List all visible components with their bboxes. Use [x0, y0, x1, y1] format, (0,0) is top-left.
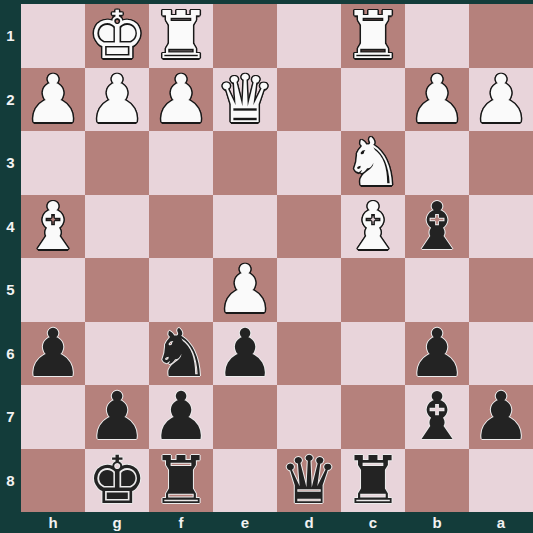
black-pawn-h6[interactable]: ♟: [23, 322, 82, 386]
square-f6[interactable]: ♞: [149, 322, 213, 386]
square-f1[interactable]: ♜: [149, 4, 213, 68]
black-knight-f6[interactable]: ♞: [151, 322, 210, 386]
file-label-d: d: [277, 512, 341, 533]
square-f2[interactable]: ♟: [149, 68, 213, 132]
square-h3[interactable]: [21, 131, 85, 195]
square-c3[interactable]: ♞: [341, 131, 405, 195]
square-a5[interactable]: [469, 258, 533, 322]
square-c8[interactable]: ♜: [341, 449, 405, 513]
square-b8[interactable]: [405, 449, 469, 513]
square-f8[interactable]: ♜: [149, 449, 213, 513]
square-a3[interactable]: [469, 131, 533, 195]
file-label-a: a: [469, 512, 533, 533]
square-g4[interactable]: [85, 195, 149, 259]
square-g2[interactable]: ♟: [85, 68, 149, 132]
black-bishop-b7[interactable]: ♝: [407, 385, 466, 449]
white-pawn-b2[interactable]: ♟: [407, 68, 466, 132]
square-a4[interactable]: [469, 195, 533, 259]
square-c1[interactable]: ♜: [341, 4, 405, 68]
square-h6[interactable]: ♟: [21, 322, 85, 386]
black-king-g8[interactable]: ♚: [87, 449, 146, 513]
square-h8[interactable]: [21, 449, 85, 513]
square-f3[interactable]: [149, 131, 213, 195]
file-labels: hgfedcba: [21, 512, 533, 533]
rank-label-5: 5: [0, 258, 21, 322]
square-c6[interactable]: [341, 322, 405, 386]
square-e2[interactable]: ♛: [213, 68, 277, 132]
square-b3[interactable]: [405, 131, 469, 195]
square-h4[interactable]: ♝: [21, 195, 85, 259]
rank-label-8: 8: [0, 449, 21, 513]
square-d6[interactable]: [277, 322, 341, 386]
white-rook-f1[interactable]: ♜: [151, 4, 210, 68]
square-b5[interactable]: [405, 258, 469, 322]
rank-label-1: 1: [0, 4, 21, 68]
square-h7[interactable]: [21, 385, 85, 449]
rank-label-6: 6: [0, 322, 21, 386]
square-d7[interactable]: [277, 385, 341, 449]
rank-label-4: 4: [0, 195, 21, 259]
white-rook-c1[interactable]: ♜: [343, 4, 402, 68]
square-e8[interactable]: [213, 449, 277, 513]
square-g6[interactable]: [85, 322, 149, 386]
square-e1[interactable]: [213, 4, 277, 68]
square-e7[interactable]: [213, 385, 277, 449]
rank-labels: 12345678: [0, 4, 21, 512]
rank-label-7: 7: [0, 385, 21, 449]
square-g7[interactable]: ♟: [85, 385, 149, 449]
square-e5[interactable]: ♟: [213, 258, 277, 322]
black-pawn-f7[interactable]: ♟: [151, 385, 210, 449]
white-pawn-h2[interactable]: ♟: [23, 68, 82, 132]
square-c7[interactable]: [341, 385, 405, 449]
square-g3[interactable]: [85, 131, 149, 195]
white-queen-e2[interactable]: ♛: [215, 68, 274, 132]
rank-label-2: 2: [0, 68, 21, 132]
square-b6[interactable]: ♟: [405, 322, 469, 386]
square-g1[interactable]: ♚: [85, 4, 149, 68]
black-pawn-e6[interactable]: ♟: [215, 322, 274, 386]
black-pawn-a7[interactable]: ♟: [471, 385, 530, 449]
white-bishop-h4[interactable]: ♝: [23, 195, 82, 259]
square-d3[interactable]: [277, 131, 341, 195]
black-rook-c8[interactable]: ♜: [343, 449, 402, 513]
square-g8[interactable]: ♚: [85, 449, 149, 513]
square-b2[interactable]: ♟: [405, 68, 469, 132]
square-e4[interactable]: [213, 195, 277, 259]
square-d8[interactable]: ♛: [277, 449, 341, 513]
file-label-f: f: [149, 512, 213, 533]
square-h1[interactable]: [21, 4, 85, 68]
square-h5[interactable]: [21, 258, 85, 322]
white-king-g1[interactable]: ♚: [87, 4, 146, 68]
square-f5[interactable]: [149, 258, 213, 322]
square-d2[interactable]: [277, 68, 341, 132]
white-pawn-g2[interactable]: ♟: [87, 68, 146, 132]
file-label-g: g: [85, 512, 149, 533]
square-a1[interactable]: [469, 4, 533, 68]
square-f4[interactable]: [149, 195, 213, 259]
square-e6[interactable]: ♟: [213, 322, 277, 386]
square-g5[interactable]: [85, 258, 149, 322]
square-d5[interactable]: [277, 258, 341, 322]
black-pawn-b6[interactable]: ♟: [407, 322, 466, 386]
file-label-h: h: [21, 512, 85, 533]
black-rook-f8[interactable]: ♜: [151, 449, 210, 513]
white-bishop-c4[interactable]: ♝: [343, 195, 402, 259]
white-knight-c3[interactable]: ♞: [343, 131, 402, 195]
square-a6[interactable]: [469, 322, 533, 386]
square-f7[interactable]: ♟: [149, 385, 213, 449]
square-c4[interactable]: ♝: [341, 195, 405, 259]
square-d4[interactable]: [277, 195, 341, 259]
square-h2[interactable]: ♟: [21, 68, 85, 132]
black-bishop-b4[interactable]: ♝: [407, 195, 466, 259]
square-a2[interactable]: ♟: [469, 68, 533, 132]
square-a8[interactable]: [469, 449, 533, 513]
white-pawn-e5[interactable]: ♟: [215, 258, 274, 322]
square-b4[interactable]: ♝: [405, 195, 469, 259]
square-e3[interactable]: [213, 131, 277, 195]
square-b1[interactable]: [405, 4, 469, 68]
white-pawn-a2[interactable]: ♟: [471, 68, 530, 132]
black-queen-d8[interactable]: ♛: [279, 449, 338, 513]
white-pawn-f2[interactable]: ♟: [151, 68, 210, 132]
square-c5[interactable]: [341, 258, 405, 322]
file-label-c: c: [341, 512, 405, 533]
file-label-b: b: [405, 512, 469, 533]
square-d1[interactable]: [277, 4, 341, 68]
file-label-e: e: [213, 512, 277, 533]
rank-label-3: 3: [0, 131, 21, 195]
chess-board: ♚♜♜♟♟♟♛♟♟♞♝♝♝♟♟♞♟♟♟♟♝♟♚♜♛♜: [21, 4, 533, 512]
square-b7[interactable]: ♝: [405, 385, 469, 449]
square-c2[interactable]: [341, 68, 405, 132]
chess-app: 12345678 ♚♜♜♟♟♟♛♟♟♞♝♝♝♟♟♞♟♟♟♟♝♟♚♜♛♜ hgfe…: [0, 0, 533, 533]
black-pawn-g7[interactable]: ♟: [87, 385, 146, 449]
square-a7[interactable]: ♟: [469, 385, 533, 449]
